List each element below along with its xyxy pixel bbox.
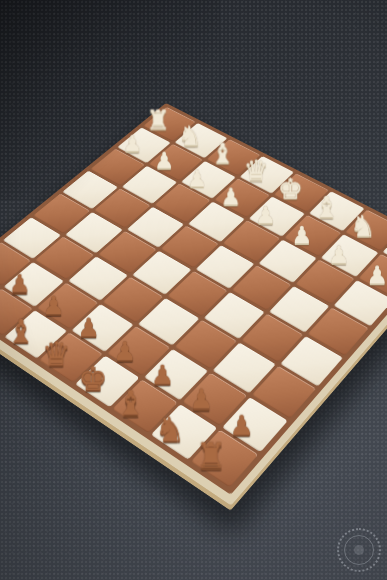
watermark-core	[354, 545, 364, 555]
black-pawn-glyph: ♟	[113, 338, 136, 364]
white-pawn-glyph: ♟	[328, 243, 349, 267]
square-d4	[161, 226, 219, 268]
square-d3	[188, 202, 245, 243]
piece-white-pawn-c2: ♟	[177, 154, 216, 190]
piece-white-pawn-d2: ♟	[211, 172, 251, 208]
square-c1: ♝	[207, 139, 261, 175]
piece-white-knight-b1: ♞	[171, 115, 209, 149]
square-e2: ♟	[249, 196, 305, 236]
black-pawn-glyph: ♟	[42, 293, 64, 318]
black-pawn-glyph: ♟	[189, 386, 213, 413]
piece-white-pawn-e2: ♟	[245, 190, 286, 227]
board-3d-wrap: ♜♞♝♛♚♝♞♜♟♟♟♟♟♟♟♟♟♟♟♟♟♟♟♟♜♞♝♛♚♝♞♜	[0, 103, 387, 495]
black-knight-glyph: ♞	[0, 293, 1, 324]
piece-white-rook-a1: ♜	[139, 99, 177, 133]
piece-white-bishop-f1: ♝	[306, 185, 346, 222]
white-pawn-glyph: ♟	[123, 133, 143, 155]
square-b1: ♞	[174, 123, 227, 158]
piece-black-pawn-a7: ♟	[0, 237, 8, 275]
white-bishop-glyph: ♝	[210, 139, 235, 167]
piece-white-pawn-a2: ♟	[113, 120, 151, 155]
photographer-stamp-watermark-icon	[337, 528, 381, 572]
square-c2: ♟	[181, 161, 236, 199]
black-pawn-glyph: ♟	[151, 362, 175, 388]
square-e3	[223, 220, 280, 262]
black-bishop-glyph: ♝	[7, 315, 36, 347]
white-pawn-glyph: ♟	[221, 185, 241, 208]
piece-black-knight-b8: ♞	[0, 285, 9, 325]
white-knight-glyph: ♞	[350, 212, 376, 241]
square-b2: ♟	[149, 144, 203, 181]
photo-frame: ♜♞♝♛♚♝♞♜♟♟♟♟♟♟♟♟♟♟♟♟♟♟♟♟♜♞♝♛♚♝♞♜	[0, 0, 387, 580]
black-pawn-glyph: ♟	[77, 315, 100, 340]
square-d2: ♟	[214, 178, 269, 217]
piece-white-queen-d1: ♛	[236, 149, 275, 184]
white-pawn-glyph: ♟	[154, 150, 174, 172]
white-rook-glyph: ♜	[146, 106, 170, 133]
black-pawn-glyph: ♟	[9, 272, 31, 297]
piece-white-king-e1: ♚	[271, 167, 311, 203]
square-b3	[122, 166, 177, 204]
white-knight-glyph: ♞	[178, 123, 202, 150]
square-e7: ♟	[107, 326, 170, 376]
square-d1: ♛	[240, 156, 294, 194]
square-a3	[90, 149, 145, 186]
white-queen-glyph: ♛	[243, 157, 268, 185]
square-a1: ♜	[143, 107, 195, 141]
scene-3d: ♜♞♝♛♚♝♞♜♟♟♟♟♟♟♟♟♟♟♟♟♟♟♟♟♜♞♝♛♚♝♞♜	[10, 86, 377, 453]
square-c5	[98, 231, 156, 274]
piece-white-bishop-c1: ♝	[203, 132, 242, 167]
white-pawn-glyph: ♟	[255, 204, 276, 227]
white-king-glyph: ♚	[278, 174, 304, 202]
piece-white-knight-g1: ♞	[342, 204, 383, 241]
square-e1: ♚	[274, 173, 329, 212]
white-pawn-glyph: ♟	[187, 167, 207, 190]
square-b5	[65, 212, 123, 253]
square-a4	[62, 171, 118, 210]
square-f1: ♝	[309, 191, 365, 231]
board: ♜♞♝♛♚♝♞♜♟♟♟♟♟♟♟♟♟♟♟♟♟♟♟♟♜♞♝♛♚♝♞♜	[0, 103, 387, 495]
square-e4	[196, 245, 255, 289]
piece-white-pawn-g2: ♟	[318, 229, 360, 267]
piece-white-pawn-b2: ♟	[145, 137, 184, 172]
square-b4	[94, 188, 150, 228]
square-a2: ♟	[117, 127, 170, 163]
square-f2: ♟	[284, 215, 341, 257]
square-g1: ♞	[345, 210, 387, 251]
white-pawn-glyph: ♟	[366, 263, 387, 287]
white-bishop-glyph: ♝	[313, 193, 339, 222]
square-a6	[3, 217, 61, 259]
square-c4	[127, 207, 184, 248]
square-c3	[154, 183, 210, 222]
black-pawn-glyph: ♟	[229, 412, 253, 439]
white-pawn-glyph: ♟	[291, 223, 312, 247]
square-b6	[35, 237, 94, 280]
piece-white-pawn-f2: ♟	[281, 209, 322, 246]
square-a5	[33, 194, 90, 234]
